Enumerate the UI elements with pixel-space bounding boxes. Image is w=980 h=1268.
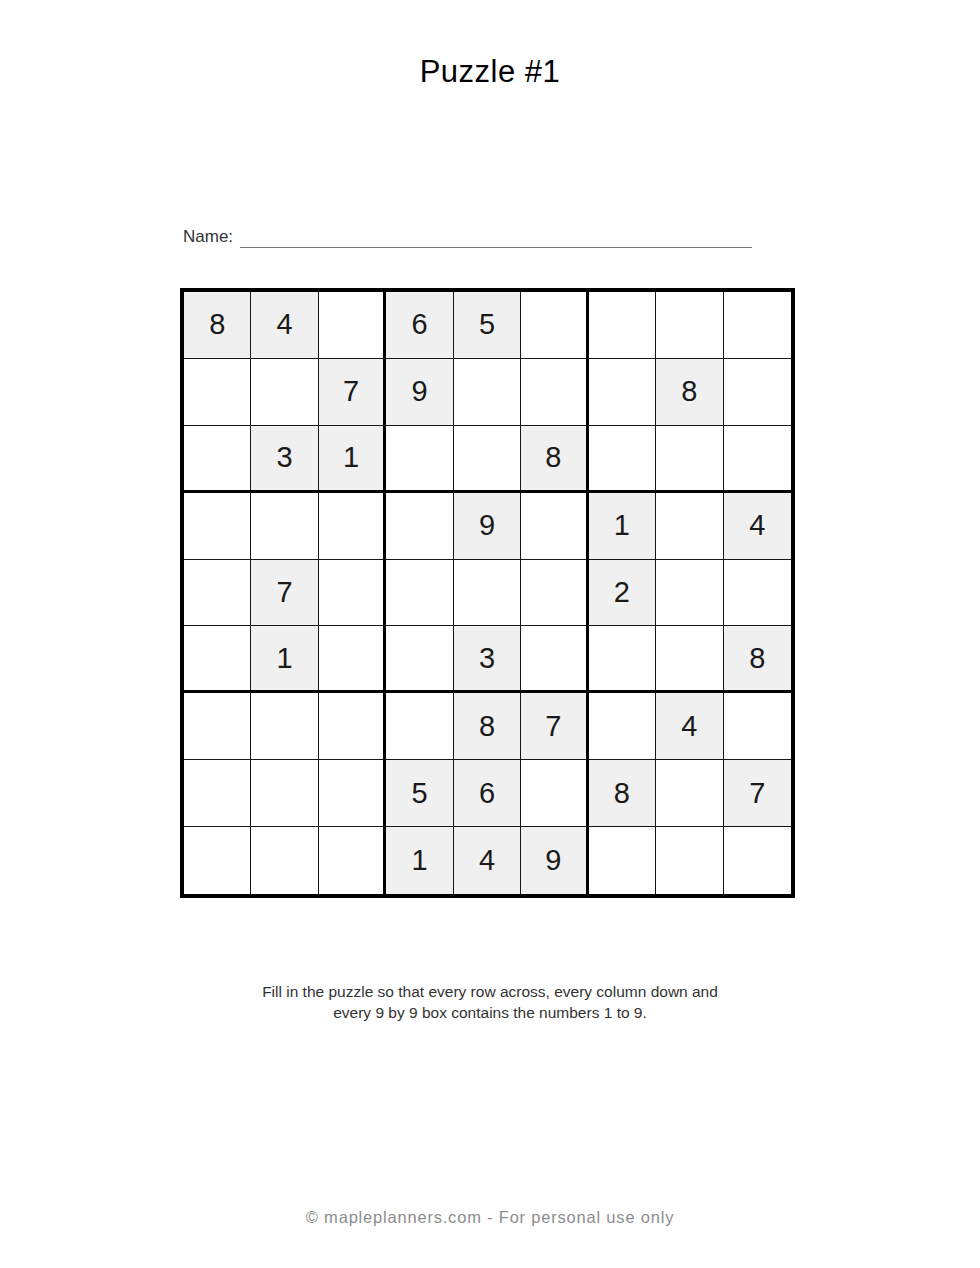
sudoku-cell[interactable]	[656, 493, 723, 560]
sudoku-cell[interactable]	[386, 693, 453, 760]
sudoku-cell[interactable]	[454, 560, 521, 627]
instructions-line-2: every 9 by 9 box contains the numbers 1 …	[0, 1002, 980, 1023]
sudoku-cell: 7	[319, 359, 386, 426]
sudoku-cell[interactable]	[656, 626, 723, 693]
sudoku-cell: 6	[386, 292, 453, 359]
sudoku-cell[interactable]	[724, 426, 791, 493]
sudoku-cell[interactable]	[251, 359, 318, 426]
sudoku-cell[interactable]	[184, 426, 251, 493]
sudoku-cell[interactable]	[724, 292, 791, 359]
name-row: Name:	[183, 226, 752, 248]
sudoku-cell: 4	[454, 827, 521, 894]
sudoku-cell: 6	[454, 760, 521, 827]
sudoku-cell[interactable]	[656, 292, 723, 359]
sudoku-cell[interactable]	[521, 359, 588, 426]
sudoku-cell: 1	[589, 493, 656, 560]
sudoku-cell[interactable]	[319, 693, 386, 760]
sudoku-cell[interactable]	[184, 827, 251, 894]
sudoku-cell[interactable]	[521, 292, 588, 359]
sudoku-cell[interactable]	[184, 560, 251, 627]
footer-copyright: © mapleplanners.com - For personal use o…	[0, 1208, 980, 1227]
sudoku-cell: 7	[251, 560, 318, 627]
sudoku-cell: 8	[724, 626, 791, 693]
sudoku-cell[interactable]	[319, 560, 386, 627]
sudoku-cell[interactable]	[724, 560, 791, 627]
sudoku-cell[interactable]	[589, 292, 656, 359]
sudoku-cell[interactable]	[386, 560, 453, 627]
sudoku-cell[interactable]	[184, 626, 251, 693]
sudoku-cell[interactable]	[521, 626, 588, 693]
sudoku-cell[interactable]	[521, 493, 588, 560]
sudoku-cell: 9	[521, 827, 588, 894]
sudoku-cell[interactable]	[724, 827, 791, 894]
sudoku-cell[interactable]	[386, 626, 453, 693]
sudoku-cell: 3	[251, 426, 318, 493]
sudoku-cell[interactable]	[386, 493, 453, 560]
sudoku-cell: 8	[184, 292, 251, 359]
sudoku-cell[interactable]	[656, 827, 723, 894]
sudoku-cell: 1	[386, 827, 453, 894]
sudoku-cell[interactable]	[589, 827, 656, 894]
sudoku-cell[interactable]	[184, 359, 251, 426]
sudoku-cell: 8	[521, 426, 588, 493]
sudoku-cell[interactable]	[319, 292, 386, 359]
sudoku-cell: 3	[454, 626, 521, 693]
sudoku-cell: 5	[454, 292, 521, 359]
sudoku-cell[interactable]	[656, 426, 723, 493]
sudoku-cell: 4	[656, 693, 723, 760]
sudoku-cell: 9	[454, 493, 521, 560]
sudoku-cell[interactable]	[319, 760, 386, 827]
sudoku-cell[interactable]	[656, 560, 723, 627]
instructions-line-1: Fill in the puzzle so that every row acr…	[0, 981, 980, 1002]
sudoku-cell[interactable]	[184, 693, 251, 760]
instructions: Fill in the puzzle so that every row acr…	[0, 981, 980, 1023]
sudoku-cell[interactable]	[184, 493, 251, 560]
sudoku-cell: 4	[724, 493, 791, 560]
sudoku-cell[interactable]	[589, 693, 656, 760]
sudoku-cell[interactable]	[251, 827, 318, 894]
sudoku-cell[interactable]	[724, 359, 791, 426]
sudoku-grid: 8465798318914721388745687149	[180, 288, 795, 898]
sudoku-cell: 1	[251, 626, 318, 693]
sudoku-cell[interactable]	[184, 760, 251, 827]
sudoku-cell[interactable]	[521, 760, 588, 827]
worksheet-page: Puzzle #1 Name: 846579831891472138874568…	[0, 0, 980, 1268]
sudoku-cell[interactable]	[589, 359, 656, 426]
sudoku-cell[interactable]	[454, 426, 521, 493]
sudoku-cell: 8	[454, 693, 521, 760]
sudoku-cell[interactable]	[319, 626, 386, 693]
page-title: Puzzle #1	[0, 52, 980, 92]
sudoku-cell[interactable]	[656, 760, 723, 827]
sudoku-cell[interactable]	[251, 493, 318, 560]
sudoku-cell: 4	[251, 292, 318, 359]
sudoku-cell[interactable]	[589, 426, 656, 493]
sudoku-cell: 7	[521, 693, 588, 760]
sudoku-cell: 9	[386, 359, 453, 426]
sudoku-cell: 1	[319, 426, 386, 493]
sudoku-cell: 8	[589, 760, 656, 827]
sudoku-cell[interactable]	[386, 426, 453, 493]
sudoku-cell[interactable]	[724, 693, 791, 760]
sudoku-cell: 2	[589, 560, 656, 627]
name-label: Name:	[183, 226, 233, 248]
sudoku-cell[interactable]	[251, 693, 318, 760]
sudoku-cell[interactable]	[454, 359, 521, 426]
sudoku-cell: 5	[386, 760, 453, 827]
sudoku-cell: 8	[656, 359, 723, 426]
sudoku-cell[interactable]	[319, 493, 386, 560]
sudoku-cell: 7	[724, 760, 791, 827]
sudoku-cell[interactable]	[251, 760, 318, 827]
sudoku-cell[interactable]	[589, 626, 656, 693]
name-line[interactable]	[240, 227, 752, 248]
sudoku-cell[interactable]	[521, 560, 588, 627]
sudoku-cell[interactable]	[319, 827, 386, 894]
